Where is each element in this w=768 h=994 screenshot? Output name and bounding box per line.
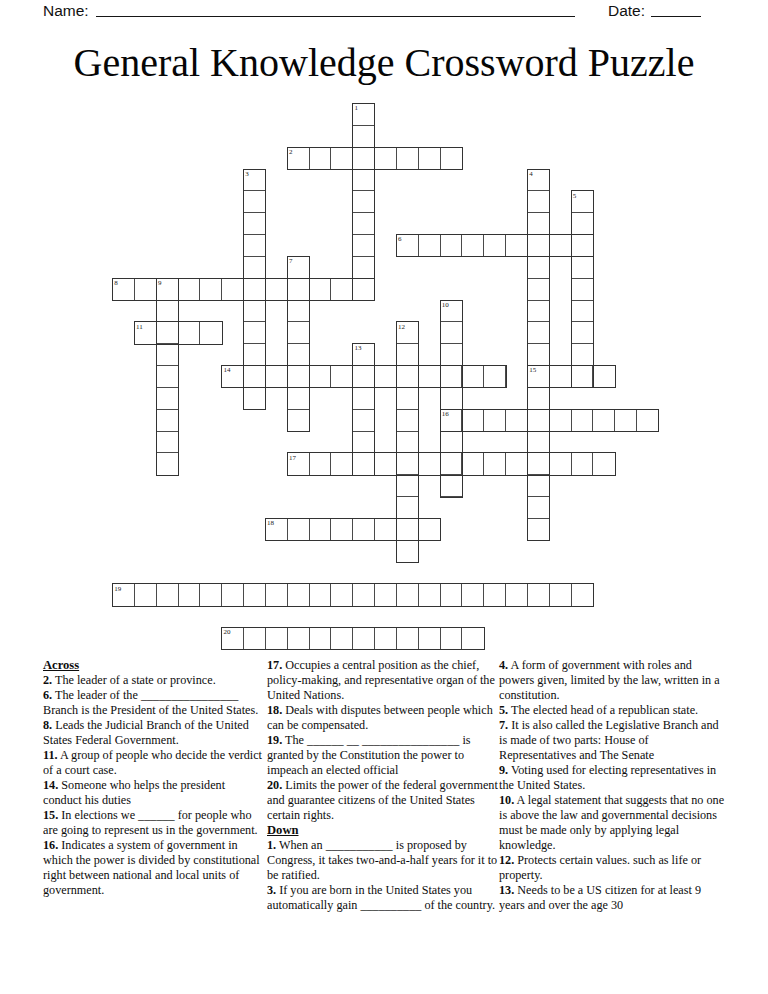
cell-r6-c15[interactable]: [440, 234, 463, 257]
cell-r15-c11[interactable]: [352, 431, 375, 454]
clue-column-middle: 17. Occupies a central position as the c…: [267, 658, 499, 913]
cell-r24-c11[interactable]: [352, 627, 375, 650]
cell-r15-c15[interactable]: [440, 431, 463, 454]
cell-r4-c21[interactable]: [571, 190, 594, 213]
cell-r17-c13[interactable]: [396, 474, 419, 497]
cell-r2-c15[interactable]: [440, 147, 463, 170]
cell-r24-c10[interactable]: [330, 627, 353, 650]
cell-r6-c6[interactable]: [243, 234, 266, 257]
name-blank-line[interactable]: [96, 16, 575, 17]
cell-r10-c21[interactable]: [571, 321, 594, 344]
cell-r6-c18[interactable]: [505, 234, 528, 257]
cell-r7-c19[interactable]: [527, 256, 550, 279]
cell-r12-c12[interactable]: [374, 365, 397, 388]
crossword-grid: 1234567891011121314151617181920: [112, 103, 662, 653]
cell-r12-c5[interactable]: [221, 365, 244, 388]
cell-r22-c18[interactable]: [505, 583, 528, 606]
cell-r16-c18[interactable]: [505, 452, 528, 475]
cell-r4-c6[interactable]: [243, 190, 266, 213]
cell-r22-c20[interactable]: [549, 583, 572, 606]
clue-across-20: 20. Limits the power of the federal gove…: [267, 778, 499, 823]
cell-r24-c16[interactable]: [461, 627, 484, 650]
cell-r3-c6[interactable]: [243, 169, 266, 192]
cell-r13-c19[interactable]: [527, 387, 550, 410]
cell-r14-c22[interactable]: [592, 409, 615, 432]
cell-r22-c9[interactable]: [309, 583, 332, 606]
cell-r24-c15[interactable]: [440, 627, 463, 650]
cell-r12-c8[interactable]: [287, 365, 310, 388]
cell-r13-c2[interactable]: [156, 387, 179, 410]
cell-r19-c9[interactable]: [309, 518, 332, 541]
cell-r5-c6[interactable]: [243, 212, 266, 235]
cell-r6-c16[interactable]: [461, 234, 484, 257]
cell-r14-c8[interactable]: [287, 409, 310, 432]
cell-r10-c19[interactable]: [527, 321, 550, 344]
cell-r14-c13[interactable]: [396, 409, 419, 432]
cell-r22-c17[interactable]: [483, 583, 506, 606]
cell-r11-c15[interactable]: [440, 343, 463, 366]
cell-r9-c8[interactable]: [287, 300, 310, 323]
clue-down-13: 13. Needs to be a US citizen for at leas…: [499, 883, 728, 913]
cell-r10-c6[interactable]: [243, 321, 266, 344]
cell-r22-c2[interactable]: [156, 583, 179, 606]
cell-r16-c13[interactable]: [396, 452, 419, 475]
cell-r22-c5[interactable]: [221, 583, 244, 606]
cell-r22-c13[interactable]: [396, 583, 419, 606]
cell-r10-c2[interactable]: [156, 321, 179, 344]
cell-r8-c0[interactable]: [112, 278, 135, 301]
cell-r2-c14[interactable]: [418, 147, 441, 170]
cell-r2-c10[interactable]: [330, 147, 353, 170]
clue-across-18: 18. Deals with disputes between people w…: [267, 703, 499, 733]
cell-r16-c11[interactable]: [352, 452, 375, 475]
clue-across-16: 16. Indicates a system of government in …: [43, 838, 265, 898]
cell-r8-c5[interactable]: [221, 278, 244, 301]
cell-r24-c9[interactable]: [309, 627, 332, 650]
cell-r14-c19[interactable]: [527, 409, 550, 432]
cell-r8-c1[interactable]: [134, 278, 157, 301]
cell-r15-c13[interactable]: [396, 431, 419, 454]
cell-r8-c4[interactable]: [199, 278, 222, 301]
clue-down-7: 7. It is also called the Legislative Bra…: [499, 718, 728, 763]
cell-r8-c19[interactable]: [527, 278, 550, 301]
cell-r6-c21[interactable]: [571, 234, 594, 257]
cell-r24-c6[interactable]: [243, 627, 266, 650]
cell-r12-c13[interactable]: [396, 365, 419, 388]
cell-r24-c14[interactable]: [418, 627, 441, 650]
cell-r13-c11[interactable]: [352, 387, 375, 410]
cell-r17-c15[interactable]: [440, 474, 463, 497]
cell-r7-c8[interactable]: [287, 256, 310, 279]
cell-r4-c11[interactable]: [352, 190, 375, 213]
cell-r6-c17[interactable]: [483, 234, 506, 257]
cell-r22-c10[interactable]: [330, 583, 353, 606]
cell-r24-c8[interactable]: [287, 627, 310, 650]
cell-r11-c6[interactable]: [243, 343, 266, 366]
cell-r19-c12[interactable]: [374, 518, 397, 541]
cell-r8-c9[interactable]: [309, 278, 332, 301]
cell-r16-c16[interactable]: [461, 452, 484, 475]
cell-r16-c10[interactable]: [330, 452, 353, 475]
cell-r22-c16[interactable]: [461, 583, 484, 606]
cell-r11-c11[interactable]: [352, 343, 375, 366]
clue-across-6: 6. The leader of the ________________ Br…: [43, 688, 265, 718]
cell-r18-c13[interactable]: [396, 496, 419, 519]
across-heading: Across: [43, 658, 265, 673]
cell-r3-c19[interactable]: [527, 169, 550, 192]
cell-r11-c8[interactable]: [287, 343, 310, 366]
cell-r14-c24[interactable]: [636, 409, 659, 432]
clue-down-4: 4. A form of government with roles and p…: [499, 658, 728, 703]
cell-r5-c21[interactable]: [571, 212, 594, 235]
clue-across-15: 15. In elections we ______ for people wh…: [43, 808, 265, 838]
cell-r13-c6[interactable]: [243, 387, 266, 410]
cell-r8-c8[interactable]: [287, 278, 310, 301]
cell-r22-c12[interactable]: [374, 583, 397, 606]
clue-down-3: 3. If you are born in the United States …: [267, 883, 499, 913]
cell-r2-c12[interactable]: [374, 147, 397, 170]
cell-r12-c6[interactable]: [243, 365, 266, 388]
clue-across-8: 8. Leads the Judicial Branch of the Unit…: [43, 718, 265, 748]
cell-r8-c10[interactable]: [330, 278, 353, 301]
cell-r22-c6[interactable]: [243, 583, 266, 606]
cell-r22-c1[interactable]: [134, 583, 157, 606]
cell-r8-c3[interactable]: [178, 278, 201, 301]
clue-across-2: 2. The leader of a state or province.: [43, 673, 265, 688]
cell-r12-c2[interactable]: [156, 365, 179, 388]
cell-r6-c11[interactable]: [352, 234, 375, 257]
cell-r7-c21[interactable]: [571, 256, 594, 279]
cell-r22-c0[interactable]: [112, 583, 135, 606]
cell-r22-c8[interactable]: [287, 583, 310, 606]
cell-r24-c5[interactable]: [221, 627, 244, 650]
cell-r3-c11[interactable]: [352, 169, 375, 192]
cell-r24-c7[interactable]: [265, 627, 288, 650]
cell-r16-c22[interactable]: [592, 452, 615, 475]
cell-r16-c15[interactable]: [440, 452, 463, 475]
cell-r22-c7[interactable]: [265, 583, 288, 606]
cell-r1-c11[interactable]: [352, 125, 375, 148]
cell-r14-c16[interactable]: [461, 409, 484, 432]
cell-r12-c21[interactable]: [571, 365, 594, 388]
cell-r7-c11[interactable]: [352, 256, 375, 279]
cell-r2-c8[interactable]: [287, 147, 310, 170]
cell-r14-c11[interactable]: [352, 409, 375, 432]
page-title: General Knowledge Crossword Puzzle: [0, 40, 768, 86]
cell-r12-c9[interactable]: [309, 365, 332, 388]
cell-r19-c10[interactable]: [330, 518, 353, 541]
cell-r16-c17[interactable]: [483, 452, 506, 475]
cell-r10-c3[interactable]: [178, 321, 201, 344]
cell-r11-c13[interactable]: [396, 343, 419, 366]
cell-r16-c8[interactable]: [287, 452, 310, 475]
name-label: Name:: [43, 2, 89, 20]
cell-r8-c2[interactable]: [156, 278, 179, 301]
cell-r24-c13[interactable]: [396, 627, 419, 650]
clue-across-11: 11. A group of people who decide the ver…: [43, 748, 265, 778]
cell-r11-c19[interactable]: [527, 343, 550, 366]
cell-r22-c11[interactable]: [352, 583, 375, 606]
cell-r19-c19[interactable]: [527, 518, 550, 541]
cell-r13-c15[interactable]: [440, 387, 463, 410]
cell-r10-c1[interactable]: [134, 321, 157, 344]
cell-r16-c20[interactable]: [549, 452, 572, 475]
cell-r12-c15[interactable]: [440, 365, 463, 388]
cell-r15-c2[interactable]: [156, 431, 179, 454]
date-blank-line[interactable]: [651, 16, 701, 17]
cell-r11-c2[interactable]: [156, 343, 179, 366]
cell-r19-c7[interactable]: [265, 518, 288, 541]
cell-r2-c11[interactable]: [352, 147, 375, 170]
cell-r19-c13[interactable]: [396, 518, 419, 541]
cell-r9-c6[interactable]: [243, 300, 266, 323]
cell-r13-c8[interactable]: [287, 387, 310, 410]
cell-r12-c10[interactable]: [330, 365, 353, 388]
cell-r9-c21[interactable]: [571, 300, 594, 323]
cell-r22-c3[interactable]: [178, 583, 201, 606]
cell-r7-c6[interactable]: [243, 256, 266, 279]
date-label: Date:: [608, 2, 645, 20]
cell-r19-c11[interactable]: [352, 518, 375, 541]
cell-r22-c4[interactable]: [199, 583, 222, 606]
cell-r16-c12[interactable]: [374, 452, 397, 475]
cell-r6-c13[interactable]: [396, 234, 419, 257]
cell-r12-c11[interactable]: [352, 365, 375, 388]
cell-r6-c20[interactable]: [549, 234, 572, 257]
cell-r16-c19[interactable]: [527, 452, 550, 475]
cell-r10-c15[interactable]: [440, 321, 463, 344]
cell-r12-c16[interactable]: [461, 365, 484, 388]
cell-r14-c21[interactable]: [571, 409, 594, 432]
cell-r13-c13[interactable]: [396, 387, 419, 410]
clue-down-10: 10. A legal statement that suggests that…: [499, 793, 728, 853]
cell-r9-c2[interactable]: [156, 300, 179, 323]
cell-r5-c19[interactable]: [527, 212, 550, 235]
cell-r19-c14[interactable]: [418, 518, 441, 541]
cell-r0-c11[interactable]: [352, 103, 375, 126]
cell-r10-c4[interactable]: [199, 321, 222, 344]
cell-r2-c9[interactable]: [309, 147, 332, 170]
cell-r18-c19[interactable]: [527, 496, 550, 519]
cell-r8-c11[interactable]: [352, 278, 375, 301]
cell-r14-c17[interactable]: [483, 409, 506, 432]
cell-r8-c6[interactable]: [243, 278, 266, 301]
cell-r17-c19[interactable]: [527, 474, 550, 497]
cell-r12-c19[interactable]: [527, 365, 550, 388]
cell-r2-c13[interactable]: [396, 147, 419, 170]
clue-across-17: 17. Occupies a central position as the c…: [267, 658, 499, 703]
cell-r4-c19[interactable]: [527, 190, 550, 213]
worksheet-page: Name: Date: General Knowledge Crossword …: [0, 0, 768, 994]
clue-column-left: Across2. The leader of a state or provin…: [43, 658, 265, 898]
cell-r14-c15[interactable]: [440, 409, 463, 432]
cell-r10-c13[interactable]: [396, 321, 419, 344]
cell-r16-c21[interactable]: [571, 452, 594, 475]
clue-down-1: 1. When an ___________ is proposed by Co…: [267, 838, 499, 883]
cell-r22-c15[interactable]: [440, 583, 463, 606]
clue-down-5: 5. The elected head of a republican stat…: [499, 703, 728, 718]
clue-column-right: 4. A form of government with roles and p…: [499, 658, 728, 913]
cell-r19-c8[interactable]: [287, 518, 310, 541]
clue-across-14: 14. Someone who helps the president cond…: [43, 778, 265, 808]
cell-r22-c14[interactable]: [418, 583, 441, 606]
cell-r14-c20[interactable]: [549, 409, 572, 432]
cell-r6-c19[interactable]: [527, 234, 550, 257]
cell-r5-c11[interactable]: [352, 212, 375, 235]
clue-across-19: 19. The ______ __ ________________ is gr…: [267, 733, 499, 778]
cell-r14-c23[interactable]: [614, 409, 637, 432]
cell-r16-c14[interactable]: [418, 452, 441, 475]
cell-r6-c14[interactable]: [418, 234, 441, 257]
cell-r12-c17[interactable]: [483, 365, 506, 388]
clue-down-9: 9. Voting used for electing representati…: [499, 763, 728, 793]
cell-r24-c12[interactable]: [374, 627, 397, 650]
cell-r8-c7[interactable]: [265, 278, 288, 301]
cell-r12-c7[interactable]: [265, 365, 288, 388]
cell-r11-c21[interactable]: [571, 343, 594, 366]
cell-r9-c19[interactable]: [527, 300, 550, 323]
cell-r20-c13[interactable]: [396, 540, 419, 563]
cell-r12-c14[interactable]: [418, 365, 441, 388]
cell-r16-c9[interactable]: [309, 452, 332, 475]
cell-r10-c8[interactable]: [287, 321, 310, 344]
cell-r22-c19[interactable]: [527, 583, 550, 606]
cell-r8-c21[interactable]: [571, 278, 594, 301]
cell-r12-c20[interactable]: [549, 365, 572, 388]
cell-r14-c18[interactable]: [505, 409, 528, 432]
cell-r15-c19[interactable]: [527, 431, 550, 454]
cell-r12-c22[interactable]: [592, 365, 615, 388]
cell-r22-c21[interactable]: [571, 583, 594, 606]
cell-r14-c2[interactable]: [156, 409, 179, 432]
clue-down-12: 12. Protects certain values. such as lif…: [499, 853, 728, 883]
cell-r16-c2[interactable]: [156, 452, 179, 475]
down-heading: Down: [267, 823, 499, 838]
cell-r9-c15[interactable]: [440, 300, 463, 323]
